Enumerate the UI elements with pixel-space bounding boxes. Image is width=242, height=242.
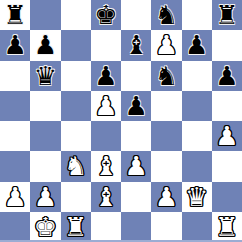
black-knight[interactable]: ♞	[155, 2, 178, 28]
white-pawn[interactable]: ♟	[215, 123, 238, 149]
square-d4[interactable]	[91, 121, 121, 151]
square-h7[interactable]	[212, 30, 242, 60]
square-c8[interactable]	[61, 0, 91, 30]
square-g3[interactable]	[182, 151, 212, 181]
square-a3[interactable]	[0, 151, 30, 181]
square-a4[interactable]	[0, 121, 30, 151]
square-b8[interactable]	[30, 0, 60, 30]
square-h1[interactable]: ♜	[212, 212, 242, 242]
square-f1[interactable]	[151, 212, 181, 242]
chess-board: ♜♚♞♜♟♟♝♟♟♛♟♞♟♟♟♟♞♝♟♟♟♝♟♛♚♜♜	[0, 0, 242, 242]
black-pawn[interactable]: ♟	[34, 32, 57, 58]
square-h6[interactable]: ♟	[212, 61, 242, 91]
square-b3[interactable]	[30, 151, 60, 181]
black-pawn[interactable]: ♟	[3, 32, 26, 58]
square-a2[interactable]: ♟	[0, 182, 30, 212]
black-queen[interactable]: ♛	[34, 63, 57, 89]
square-g4[interactable]	[182, 121, 212, 151]
square-d5[interactable]: ♟	[91, 91, 121, 121]
square-h3[interactable]	[212, 151, 242, 181]
square-e5[interactable]: ♟	[121, 91, 151, 121]
square-g5[interactable]	[182, 91, 212, 121]
black-pawn[interactable]: ♟	[94, 63, 117, 89]
square-h2[interactable]	[212, 182, 242, 212]
square-f4[interactable]	[151, 121, 181, 151]
black-king[interactable]: ♚	[94, 2, 117, 28]
square-g1[interactable]	[182, 212, 212, 242]
square-h8[interactable]: ♜	[212, 0, 242, 30]
white-knight[interactable]: ♞	[64, 153, 87, 179]
square-c1[interactable]: ♜	[61, 212, 91, 242]
square-f2[interactable]: ♟	[151, 182, 181, 212]
square-b1[interactable]: ♚	[30, 212, 60, 242]
white-bishop[interactable]: ♝	[94, 153, 117, 179]
square-a5[interactable]	[0, 91, 30, 121]
square-b4[interactable]	[30, 121, 60, 151]
white-pawn[interactable]: ♟	[155, 32, 178, 58]
square-c2[interactable]	[61, 182, 91, 212]
square-g2[interactable]: ♛	[182, 182, 212, 212]
square-f3[interactable]	[151, 151, 181, 181]
square-e8[interactable]	[121, 0, 151, 30]
square-g7[interactable]: ♟	[182, 30, 212, 60]
square-e6[interactable]	[121, 61, 151, 91]
square-f8[interactable]: ♞	[151, 0, 181, 30]
white-pawn[interactable]: ♟	[94, 93, 117, 119]
square-e2[interactable]	[121, 182, 151, 212]
white-rook[interactable]: ♜	[215, 214, 238, 240]
black-rook[interactable]: ♜	[3, 2, 26, 28]
black-pawn[interactable]: ♟	[185, 32, 208, 58]
black-pawn[interactable]: ♟	[215, 63, 238, 89]
square-b6[interactable]: ♛	[30, 61, 60, 91]
white-pawn[interactable]: ♟	[124, 153, 147, 179]
square-h4[interactable]: ♟	[212, 121, 242, 151]
square-c7[interactable]	[61, 30, 91, 60]
square-f6[interactable]: ♞	[151, 61, 181, 91]
square-c3[interactable]: ♞	[61, 151, 91, 181]
square-a6[interactable]	[0, 61, 30, 91]
white-pawn[interactable]: ♟	[155, 184, 178, 210]
square-d6[interactable]: ♟	[91, 61, 121, 91]
square-c5[interactable]	[61, 91, 91, 121]
white-pawn[interactable]: ♟	[34, 184, 57, 210]
white-queen[interactable]: ♛	[185, 184, 208, 210]
square-g6[interactable]	[182, 61, 212, 91]
square-c4[interactable]	[61, 121, 91, 151]
black-pawn[interactable]: ♟	[124, 93, 147, 119]
square-b5[interactable]	[30, 91, 60, 121]
square-h5[interactable]	[212, 91, 242, 121]
square-c6[interactable]	[61, 61, 91, 91]
white-pawn[interactable]: ♟	[3, 184, 26, 210]
square-d3[interactable]: ♝	[91, 151, 121, 181]
square-e1[interactable]	[121, 212, 151, 242]
square-a7[interactable]: ♟	[0, 30, 30, 60]
square-b2[interactable]: ♟	[30, 182, 60, 212]
black-rook[interactable]: ♜	[215, 2, 238, 28]
square-f7[interactable]: ♟	[151, 30, 181, 60]
square-e4[interactable]	[121, 121, 151, 151]
square-b7[interactable]: ♟	[30, 30, 60, 60]
square-e7[interactable]: ♝	[121, 30, 151, 60]
white-king[interactable]: ♚	[34, 214, 57, 240]
black-knight[interactable]: ♞	[155, 63, 178, 89]
square-a1[interactable]	[0, 212, 30, 242]
white-rook[interactable]: ♜	[64, 214, 87, 240]
square-g8[interactable]	[182, 0, 212, 30]
square-d7[interactable]	[91, 30, 121, 60]
square-f5[interactable]	[151, 91, 181, 121]
square-e3[interactable]: ♟	[121, 151, 151, 181]
square-a8[interactable]: ♜	[0, 0, 30, 30]
black-bishop[interactable]: ♝	[124, 32, 147, 58]
square-d2[interactable]: ♝	[91, 182, 121, 212]
square-d1[interactable]	[91, 212, 121, 242]
chess-board-grid: ♜♚♞♜♟♟♝♟♟♛♟♞♟♟♟♟♞♝♟♟♟♝♟♛♚♜♜	[0, 0, 242, 242]
white-bishop[interactable]: ♝	[94, 184, 117, 210]
square-d8[interactable]: ♚	[91, 0, 121, 30]
